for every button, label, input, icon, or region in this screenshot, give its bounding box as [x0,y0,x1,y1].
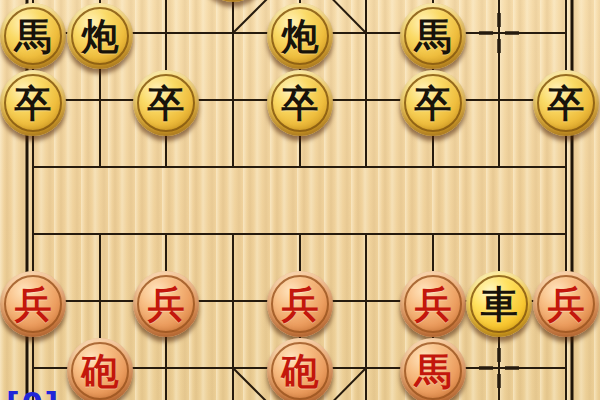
piece-character: 卒 [415,85,452,122]
piece-character: 卒 [282,85,319,122]
black-chariot-piece[interactable]: 車 [466,271,532,337]
piece-character: 兵 [282,286,319,323]
piece-character: 炮 [282,18,319,55]
black-soldier-piece[interactable]: 卒 [133,70,199,136]
black-horse-piece[interactable]: 馬 [400,3,466,69]
piece-character: 馬 [415,18,452,55]
piece-character: 兵 [148,286,185,323]
corner-label: [0] [6,386,60,400]
black-cannon-piece[interactable]: 炮 [267,3,333,69]
black-cannon-piece[interactable]: 炮 [67,3,133,69]
red-soldier-piece[interactable]: 兵 [0,271,66,337]
black-soldier-piece[interactable]: 卒 [533,70,599,136]
piece-character: 砲 [282,353,319,390]
piece-character: 車 [481,286,518,323]
piece-character: 卒 [148,85,185,122]
red-soldier-piece[interactable]: 兵 [267,271,333,337]
piece-character: 兵 [15,286,52,323]
black-horse-piece[interactable]: 馬 [0,3,66,69]
red-cannon-piece[interactable]: 砲 [267,338,333,400]
piece-character: 卒 [548,85,585,122]
piece-character: 砲 [82,353,119,390]
red-cannon-piece[interactable]: 砲 [67,338,133,400]
red-horse-piece[interactable]: 馬 [400,338,466,400]
black-soldier-piece[interactable]: 卒 [400,70,466,136]
piece-character: 炮 [82,18,119,55]
piece-character: 馬 [15,18,52,55]
black-soldier-piece[interactable]: 卒 [0,70,66,136]
xiangqi-board[interactable]: 車馬炮炮馬卒卒卒卒卒兵兵兵兵車兵砲砲馬 [0] [0,0,600,400]
piece-character: 卒 [15,85,52,122]
red-soldier-piece[interactable]: 兵 [400,271,466,337]
piece-character: 兵 [548,286,585,323]
red-soldier-piece[interactable]: 兵 [533,271,599,337]
piece-character: 兵 [415,286,452,323]
piece-character: 馬 [415,353,452,390]
black-soldier-piece[interactable]: 卒 [267,70,333,136]
red-soldier-piece[interactable]: 兵 [133,271,199,337]
